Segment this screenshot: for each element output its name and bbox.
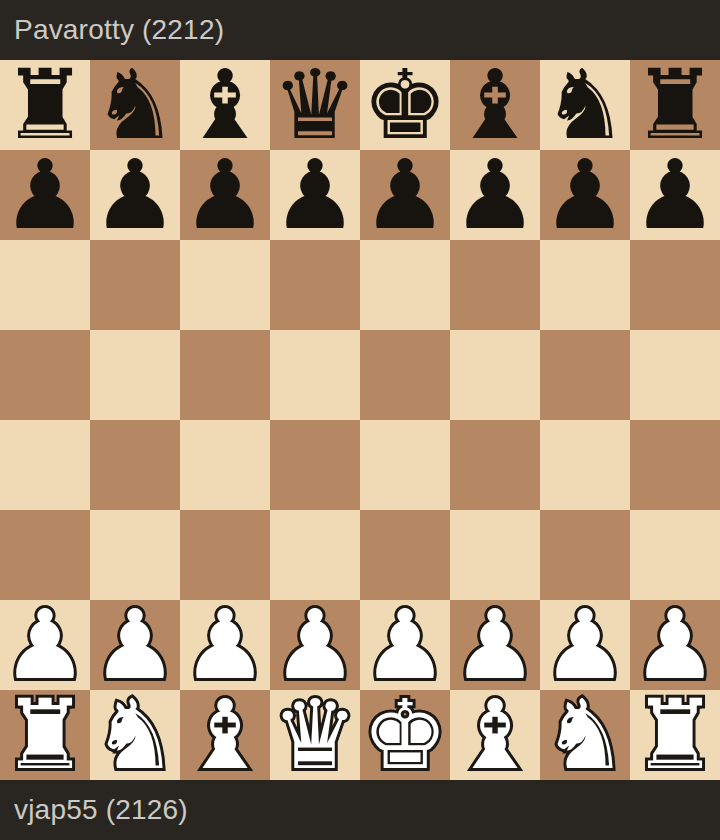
piece-black-pawn[interactable]: ♟ [0, 150, 90, 240]
piece-black-rook[interactable]: ♜ [630, 60, 720, 150]
piece-white-knight[interactable]: ♞♞ [540, 690, 630, 780]
square-e8[interactable]: ♚ [360, 60, 450, 150]
square-f7[interactable]: ♟ [450, 150, 540, 240]
square-g7[interactable]: ♟ [540, 150, 630, 240]
piece-white-knight[interactable]: ♞♞ [90, 690, 180, 780]
square-c2[interactable]: ♟♟ [180, 600, 270, 690]
square-e6[interactable] [360, 240, 450, 330]
square-e7[interactable]: ♟ [360, 150, 450, 240]
square-f8[interactable]: ♝ [450, 60, 540, 150]
piece-white-pawn[interactable]: ♟♟ [270, 600, 360, 690]
square-b8[interactable]: ♞ [90, 60, 180, 150]
square-h1[interactable]: ♜♜ [630, 690, 720, 780]
piece-black-knight[interactable]: ♞ [540, 60, 630, 150]
piece-white-rook[interactable]: ♜♜ [630, 690, 720, 780]
square-h8[interactable]: ♜ [630, 60, 720, 150]
square-b1[interactable]: ♞♞ [90, 690, 180, 780]
square-d1[interactable]: ♛♛ [270, 690, 360, 780]
piece-white-pawn[interactable]: ♟♟ [180, 600, 270, 690]
square-d5[interactable] [270, 330, 360, 420]
piece-white-pawn[interactable]: ♟♟ [630, 600, 720, 690]
square-e2[interactable]: ♟♟ [360, 600, 450, 690]
top-player-name: Pavarotty (2212) [14, 14, 224, 46]
square-g1[interactable]: ♞♞ [540, 690, 630, 780]
square-e4[interactable] [360, 420, 450, 510]
piece-white-pawn[interactable]: ♟♟ [450, 600, 540, 690]
square-b6[interactable] [90, 240, 180, 330]
bottom-player-name: vjap55 (2126) [14, 794, 188, 826]
square-f4[interactable] [450, 420, 540, 510]
square-a3[interactable] [0, 510, 90, 600]
square-e3[interactable] [360, 510, 450, 600]
square-h7[interactable]: ♟ [630, 150, 720, 240]
square-f1[interactable]: ♝♝ [450, 690, 540, 780]
piece-black-pawn[interactable]: ♟ [540, 150, 630, 240]
square-e1[interactable]: ♚♚ [360, 690, 450, 780]
square-g3[interactable] [540, 510, 630, 600]
piece-white-queen[interactable]: ♛♛ [270, 690, 360, 780]
square-d4[interactable] [270, 420, 360, 510]
square-d6[interactable] [270, 240, 360, 330]
square-h4[interactable] [630, 420, 720, 510]
square-g2[interactable]: ♟♟ [540, 600, 630, 690]
piece-black-rook[interactable]: ♜ [0, 60, 90, 150]
square-d7[interactable]: ♟ [270, 150, 360, 240]
square-h5[interactable] [630, 330, 720, 420]
piece-white-pawn[interactable]: ♟♟ [90, 600, 180, 690]
square-b7[interactable]: ♟ [90, 150, 180, 240]
square-g4[interactable] [540, 420, 630, 510]
piece-black-pawn[interactable]: ♟ [270, 150, 360, 240]
square-e5[interactable] [360, 330, 450, 420]
square-h2[interactable]: ♟♟ [630, 600, 720, 690]
square-b3[interactable] [90, 510, 180, 600]
square-b4[interactable] [90, 420, 180, 510]
square-g6[interactable] [540, 240, 630, 330]
square-b2[interactable]: ♟♟ [90, 600, 180, 690]
piece-white-bishop[interactable]: ♝♝ [450, 690, 540, 780]
square-f5[interactable] [450, 330, 540, 420]
piece-black-pawn[interactable]: ♟ [360, 150, 450, 240]
piece-white-pawn[interactable]: ♟♟ [360, 600, 450, 690]
piece-black-knight[interactable]: ♞ [90, 60, 180, 150]
square-b5[interactable] [90, 330, 180, 420]
piece-white-rook[interactable]: ♜♜ [0, 690, 90, 780]
square-h6[interactable] [630, 240, 720, 330]
piece-white-pawn[interactable]: ♟♟ [0, 600, 90, 690]
square-c8[interactable]: ♝ [180, 60, 270, 150]
square-a4[interactable] [0, 420, 90, 510]
square-c5[interactable] [180, 330, 270, 420]
square-c4[interactable] [180, 420, 270, 510]
piece-black-king[interactable]: ♚ [360, 60, 450, 150]
square-f6[interactable] [450, 240, 540, 330]
square-g8[interactable]: ♞ [540, 60, 630, 150]
square-h3[interactable] [630, 510, 720, 600]
piece-black-queen[interactable]: ♛ [270, 60, 360, 150]
piece-black-bishop[interactable]: ♝ [450, 60, 540, 150]
square-a7[interactable]: ♟ [0, 150, 90, 240]
square-d2[interactable]: ♟♟ [270, 600, 360, 690]
square-d8[interactable]: ♛ [270, 60, 360, 150]
piece-black-pawn[interactable]: ♟ [180, 150, 270, 240]
square-a1[interactable]: ♜♜ [0, 690, 90, 780]
square-d3[interactable] [270, 510, 360, 600]
piece-white-king[interactable]: ♚♚ [360, 690, 450, 780]
chess-board: ♜♞♝♛♚♝♞♜♟♟♟♟♟♟♟♟♟♟♟♟♟♟♟♟♟♟♟♟♟♟♟♟♜♜♞♞♝♝♛♛… [0, 60, 720, 780]
piece-black-bishop[interactable]: ♝ [180, 60, 270, 150]
square-f2[interactable]: ♟♟ [450, 600, 540, 690]
square-g5[interactable] [540, 330, 630, 420]
square-a2[interactable]: ♟♟ [0, 600, 90, 690]
square-a8[interactable]: ♜ [0, 60, 90, 150]
piece-black-pawn[interactable]: ♟ [450, 150, 540, 240]
square-c6[interactable] [180, 240, 270, 330]
piece-white-pawn[interactable]: ♟♟ [540, 600, 630, 690]
square-c1[interactable]: ♝♝ [180, 690, 270, 780]
piece-black-pawn[interactable]: ♟ [90, 150, 180, 240]
square-a5[interactable] [0, 330, 90, 420]
square-c7[interactable]: ♟ [180, 150, 270, 240]
piece-black-pawn[interactable]: ♟ [630, 150, 720, 240]
square-c3[interactable] [180, 510, 270, 600]
square-a6[interactable] [0, 240, 90, 330]
piece-white-bishop[interactable]: ♝♝ [180, 690, 270, 780]
square-f3[interactable] [450, 510, 540, 600]
